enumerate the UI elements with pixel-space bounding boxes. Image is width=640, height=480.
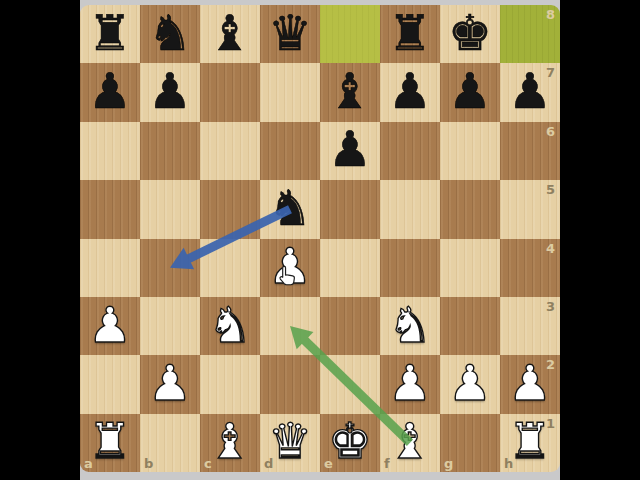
square-f2[interactable]: ♟︎	[380, 355, 440, 413]
piece-white-bishop-c1[interactable]: ♝	[208, 417, 252, 466]
square-h2[interactable]: ♟︎2	[500, 355, 560, 413]
square-d5[interactable]: ♞	[260, 180, 320, 238]
piece-white-pawn-d4[interactable]: ♟︎	[268, 242, 312, 291]
piece-white-queen-d1[interactable]: ♛	[268, 417, 312, 466]
square-d3[interactable]	[260, 297, 320, 355]
square-a1[interactable]: ♜a	[80, 414, 140, 472]
piece-white-pawn-a3[interactable]: ♟︎	[88, 301, 132, 350]
square-g6[interactable]	[440, 122, 500, 180]
square-f8[interactable]: ♜	[380, 5, 440, 63]
square-f1[interactable]: ♝f	[380, 414, 440, 472]
square-b7[interactable]: ♟︎	[140, 63, 200, 121]
square-e6[interactable]: ♟︎	[320, 122, 380, 180]
piece-white-pawn-b2[interactable]: ♟︎	[148, 359, 192, 408]
piece-black-pawn-b7[interactable]: ♟︎	[148, 67, 192, 116]
square-a2[interactable]	[80, 355, 140, 413]
square-a8[interactable]: ♜	[80, 5, 140, 63]
piece-black-bishop-c8[interactable]: ♝	[208, 9, 252, 58]
square-e4[interactable]	[320, 239, 380, 297]
square-a5[interactable]	[80, 180, 140, 238]
square-g4[interactable]	[440, 239, 500, 297]
square-d7[interactable]	[260, 63, 320, 121]
square-f7[interactable]: ♟︎	[380, 63, 440, 121]
piece-black-pawn-h7[interactable]: ♟︎	[508, 67, 552, 116]
square-d2[interactable]	[260, 355, 320, 413]
chess-board: ♜♞♝♛♜♚8♟︎♟︎♝♟︎♟︎♟︎7♟︎6♞5♟︎4♟︎♞♞3♟︎♟︎♟︎♟︎…	[80, 5, 560, 472]
piece-white-pawn-f2[interactable]: ♟︎	[388, 359, 432, 408]
square-d6[interactable]	[260, 122, 320, 180]
piece-black-pawn-e6[interactable]: ♟︎	[328, 125, 372, 174]
square-h1[interactable]: ♜1h	[500, 414, 560, 472]
square-c7[interactable]	[200, 63, 260, 121]
square-d1[interactable]: ♛d	[260, 414, 320, 472]
piece-black-queen-d8[interactable]: ♛	[268, 9, 312, 58]
rank-label-5: 5	[546, 183, 555, 196]
square-g1[interactable]: g	[440, 414, 500, 472]
square-a7[interactable]: ♟︎	[80, 63, 140, 121]
square-c4[interactable]	[200, 239, 260, 297]
square-f5[interactable]	[380, 180, 440, 238]
square-e8[interactable]	[320, 5, 380, 63]
square-h3[interactable]: 3	[500, 297, 560, 355]
square-d8[interactable]: ♛	[260, 5, 320, 63]
file-label-g: g	[444, 457, 453, 470]
square-b4[interactable]	[140, 239, 200, 297]
rank-label-3: 3	[546, 300, 555, 313]
square-h4[interactable]: 4	[500, 239, 560, 297]
piece-black-king-g8[interactable]: ♚	[448, 9, 492, 58]
square-e7[interactable]: ♝	[320, 63, 380, 121]
square-b8[interactable]: ♞	[140, 5, 200, 63]
square-g2[interactable]: ♟︎	[440, 355, 500, 413]
piece-white-knight-c3[interactable]: ♞	[208, 301, 252, 350]
video-frame: ♜♞♝♛♜♚8♟︎♟︎♝♟︎♟︎♟︎7♟︎6♞5♟︎4♟︎♞♞3♟︎♟︎♟︎♟︎…	[0, 0, 640, 480]
square-d4[interactable]: ♟︎	[260, 239, 320, 297]
square-f4[interactable]	[380, 239, 440, 297]
square-a3[interactable]: ♟︎	[80, 297, 140, 355]
piece-white-rook-h1[interactable]: ♜	[508, 417, 552, 466]
square-c2[interactable]	[200, 355, 260, 413]
square-e5[interactable]	[320, 180, 380, 238]
rank-label-8: 8	[546, 8, 555, 21]
letterbox-right	[560, 0, 640, 480]
letterbox-left	[0, 0, 80, 480]
square-a6[interactable]	[80, 122, 140, 180]
file-label-b: b	[144, 457, 153, 470]
square-g5[interactable]	[440, 180, 500, 238]
square-h6[interactable]: 6	[500, 122, 560, 180]
piece-black-bishop-e7[interactable]: ♝	[328, 67, 372, 116]
square-c3[interactable]: ♞	[200, 297, 260, 355]
square-c8[interactable]: ♝	[200, 5, 260, 63]
square-h8[interactable]: 8	[500, 5, 560, 63]
square-b3[interactable]	[140, 297, 200, 355]
piece-white-king-e1[interactable]: ♚	[328, 417, 372, 466]
square-g7[interactable]: ♟︎	[440, 63, 500, 121]
piece-black-pawn-a7[interactable]: ♟︎	[88, 67, 132, 116]
piece-black-pawn-f7[interactable]: ♟︎	[388, 67, 432, 116]
square-g3[interactable]	[440, 297, 500, 355]
square-b2[interactable]: ♟︎	[140, 355, 200, 413]
square-e3[interactable]	[320, 297, 380, 355]
square-b1[interactable]: b	[140, 414, 200, 472]
piece-black-knight-d5[interactable]: ♞	[268, 184, 312, 233]
piece-black-rook-a8[interactable]: ♜	[88, 9, 132, 58]
piece-black-pawn-g7[interactable]: ♟︎	[448, 67, 492, 116]
square-a4[interactable]	[80, 239, 140, 297]
square-f6[interactable]	[380, 122, 440, 180]
square-h5[interactable]: 5	[500, 180, 560, 238]
piece-black-knight-b8[interactable]: ♞	[148, 9, 192, 58]
square-c1[interactable]: ♝c	[200, 414, 260, 472]
piece-white-rook-a1[interactable]: ♜	[88, 417, 132, 466]
square-f3[interactable]: ♞	[380, 297, 440, 355]
piece-white-pawn-h2[interactable]: ♟︎	[508, 359, 552, 408]
rank-label-4: 4	[546, 242, 555, 255]
piece-white-bishop-f1[interactable]: ♝	[388, 417, 432, 466]
square-c5[interactable]	[200, 180, 260, 238]
square-b6[interactable]	[140, 122, 200, 180]
square-c6[interactable]	[200, 122, 260, 180]
board-panel: ♜♞♝♛♜♚8♟︎♟︎♝♟︎♟︎♟︎7♟︎6♞5♟︎4♟︎♞♞3♟︎♟︎♟︎♟︎…	[80, 0, 560, 480]
square-g8[interactable]: ♚	[440, 5, 500, 63]
rank-label-6: 6	[546, 125, 555, 138]
square-b5[interactable]	[140, 180, 200, 238]
square-e1[interactable]: ♚e	[320, 414, 380, 472]
square-h7[interactable]: ♟︎7	[500, 63, 560, 121]
piece-white-pawn-g2[interactable]: ♟︎	[448, 359, 492, 408]
square-e2[interactable]	[320, 355, 380, 413]
piece-black-rook-f8[interactable]: ♜	[388, 9, 432, 58]
piece-white-knight-f3[interactable]: ♞	[388, 301, 432, 350]
